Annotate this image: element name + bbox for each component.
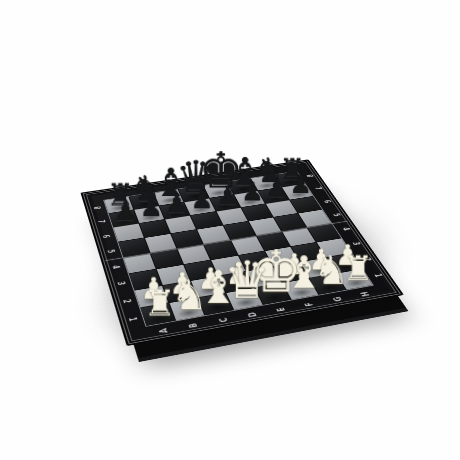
board-frame: 87654321 87654321 ABCDEFGH ♜♞♝♛♚♝♞♜♟♟♟♟♟… [81,159,404,346]
piece-contact-shadow [253,275,278,286]
square-d5 [198,226,230,244]
scene: 87654321 87654321 ABCDEFGH ♜♞♝♛♚♝♞♜♟♟♟♟♟… [0,0,460,460]
square-a1: ♜ [141,303,176,326]
piece-contact-shadow [205,302,231,314]
product-photo: 87654321 87654321 ABCDEFGH ♜♞♝♛♚♝♞♜♟♟♟♟♟… [0,0,460,460]
piece-contact-shadow [289,287,315,299]
file-label-e: E [269,299,293,320]
piece-contact-shadow [140,294,165,306]
square-a8: ♜ [104,197,133,214]
piece-contact-shadow [190,205,212,214]
square-d7: ♟ [185,199,215,216]
square-b2: ♟ [163,281,197,302]
square-e5 [223,222,255,240]
square-b3 [157,265,190,285]
piece-contact-shadow [307,265,332,276]
piece-contact-shadow [139,213,161,222]
piece-contact-shadow [317,282,343,294]
chess-board: 87654321 87654321 ABCDEFGH ♜♞♝♛♚♝♞♜♟♟♟♟♟… [81,159,404,346]
board-grid: ♜♞♝♛♚♝♞♜♟♟♟♟♟♟♟♟♟♟♟♟♟♟♟♟♜♞♝♛♚♝♞♜ [103,171,374,327]
piece-contact-shadow [344,277,370,288]
square-h5 [299,210,332,227]
square-a4 [124,253,156,273]
